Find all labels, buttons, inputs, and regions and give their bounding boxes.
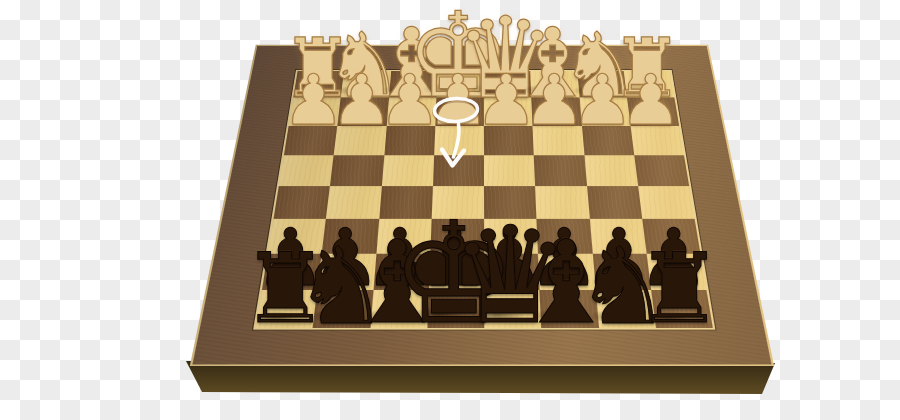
piece-wR-a1: ♜ <box>610 28 682 109</box>
piece-wP-e2: ♟ <box>427 65 489 135</box>
piece-wP-b2: ♟ <box>571 65 633 135</box>
piece-wP-h2: ♟ <box>282 65 344 135</box>
piece-bQ-d8: ♛ <box>450 210 570 344</box>
piece-shadow <box>581 308 643 326</box>
piece-wB-c1: ♝ <box>510 15 596 110</box>
piece-wB-f1: ♝ <box>369 15 455 110</box>
piece-wP-f2: ♟ <box>379 65 441 135</box>
piece-bN-g8: ♞ <box>294 233 390 340</box>
piece-shadow <box>641 309 697 325</box>
piece-wP-a2: ♟ <box>619 65 681 135</box>
piece-shadow <box>413 79 481 98</box>
piece-bR-a8: ♜ <box>636 241 723 338</box>
piece-bP-b7: ♟ <box>583 218 654 297</box>
piece-shadow <box>533 274 579 287</box>
piece-shadow <box>565 83 617 98</box>
piece-shadow <box>458 304 536 326</box>
piece-bP-d7: ♟ <box>474 218 545 297</box>
piece-bP-h7: ♟ <box>255 218 326 297</box>
piece-bP-f7: ♟ <box>364 218 435 297</box>
piece-bP-c7: ♟ <box>529 218 600 297</box>
piece-shadow <box>527 114 567 125</box>
piece-shadow <box>286 114 326 125</box>
piece-shadow <box>247 309 303 325</box>
chess-photo-scene: ♜♞♝♚♛♝♞♜♟♟♟♟♟♟♟♟♟♟♟♟♟♟♟♟♜♞♝♚♛♝♞♜ <box>0 0 900 420</box>
piece-wQ-d1: ♛ <box>455 1 555 113</box>
piece-shadow <box>522 307 588 326</box>
piece-wR-h1: ♜ <box>281 28 353 109</box>
piece-shadow <box>334 114 374 125</box>
piece-wP-c2: ♟ <box>523 65 585 135</box>
piece-shadow <box>369 274 415 287</box>
piece-wP-g2: ♟ <box>330 65 392 135</box>
piece-shadow <box>374 82 429 98</box>
piece-bR-h8: ♜ <box>242 241 329 338</box>
piece-shadow <box>330 83 382 98</box>
piece-bP-g7: ♟ <box>310 218 381 297</box>
piece-bB-c8: ♝ <box>515 226 617 340</box>
piece-shadow <box>623 114 663 125</box>
piece-shadow <box>462 80 527 98</box>
piece-shadow <box>424 274 470 287</box>
piece-shadow <box>314 274 360 287</box>
piece-shadow <box>353 307 419 326</box>
piece-shadow <box>399 303 481 326</box>
piece-wN-b1: ♞ <box>560 21 640 110</box>
piece-wK-e1: ♚ <box>406 0 511 114</box>
piece-shadow <box>260 274 306 287</box>
piece-shadow <box>479 274 525 287</box>
piece-shadow <box>286 84 333 97</box>
piece-shadow <box>383 114 423 125</box>
piece-shadow <box>479 114 519 125</box>
piece-shadow <box>575 114 615 125</box>
piece-bB-f8: ♝ <box>346 226 448 340</box>
piece-shadow <box>643 274 689 287</box>
piece-bP-e7: ♟ <box>419 218 490 297</box>
piece-bN-b8: ♞ <box>575 233 671 340</box>
piece-shadow <box>300 308 362 326</box>
piece-shadow <box>515 82 570 98</box>
piece-shadow <box>588 274 634 287</box>
piece-shadow <box>431 114 471 125</box>
piece-shadow <box>615 84 662 97</box>
pieces-layer: ♜♞♝♚♛♝♞♜♟♟♟♟♟♟♟♟♟♟♟♟♟♟♟♟♜♞♝♚♛♝♞♜ <box>0 0 900 420</box>
piece-bK-e8: ♚ <box>391 204 517 345</box>
piece-bP-a7: ♟ <box>638 218 709 297</box>
piece-wN-g1: ♞ <box>324 21 404 110</box>
piece-wP-d2: ♟ <box>475 65 537 135</box>
